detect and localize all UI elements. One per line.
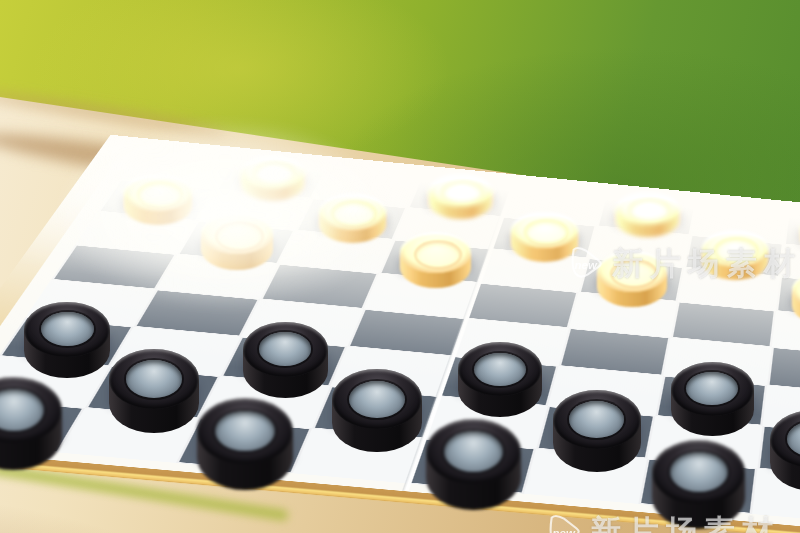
checker-piece-white [702,230,768,280]
checker-piece-white [511,212,578,262]
checker-piece-black [553,390,642,472]
piece-part [569,401,624,438]
checker-piece-white [792,270,800,325]
checker-piece-black [332,369,422,452]
piece-part [137,181,183,208]
checker-piece-white [124,174,192,225]
checker-piece-black [652,440,745,530]
piece-part [670,452,728,492]
piece-part [444,431,503,471]
checker-piece-black [0,377,62,470]
piece-part [349,381,405,418]
checker-piece-white [400,232,471,288]
piece-part [441,180,484,205]
piece-part [215,221,264,251]
piece-part [610,259,658,288]
checker-piece-black [24,302,110,379]
checker-piece-white [201,213,273,270]
checker-piece-white [319,193,386,244]
checker-piece-white [429,174,492,219]
piece-part [126,360,182,398]
checker-piece-black [770,410,800,491]
piece-part [215,411,274,452]
checker-piece-black [426,419,520,510]
checker-piece-white [616,192,679,237]
piece-part [474,353,526,387]
checker-piece-black [671,362,754,436]
checker-piece-black [197,398,293,490]
photo-scene: new 新片场素材 new 新片场素材 [0,0,800,533]
piece-part [414,240,462,269]
checker-piece-white [597,251,667,306]
checker-piece-white [241,155,305,201]
piece-part [331,200,377,227]
piece-part [628,198,671,223]
checker-piece-black [109,349,200,433]
checker-piece-black [458,342,542,417]
checker-piece-black [243,322,328,398]
piece-part [714,237,759,264]
